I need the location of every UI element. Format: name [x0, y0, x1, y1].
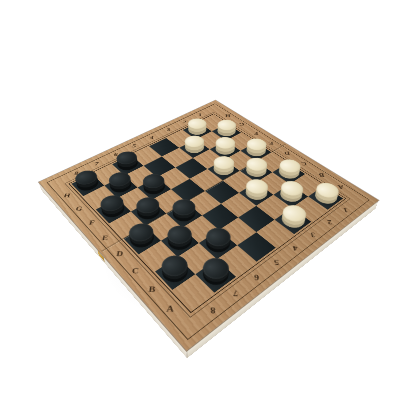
file-label-left-G: G [64, 197, 94, 220]
piece-black-f6[interactable] [140, 178, 169, 198]
piece-black-h8[interactable] [73, 175, 102, 195]
product-photo: 8877665544332211HHGGFFEEDDCCBBAA [0, 0, 400, 400]
